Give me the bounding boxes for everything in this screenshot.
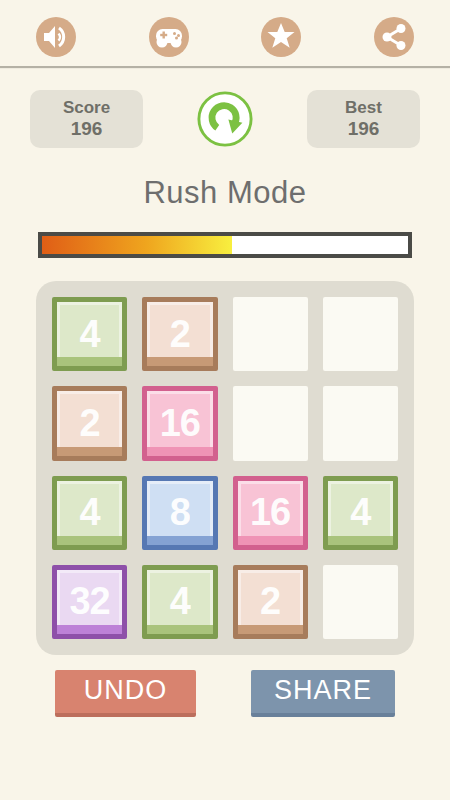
empty-cell — [233, 386, 308, 460]
tile-16: 16 — [142, 386, 217, 460]
tile-bottom-edge — [57, 447, 122, 456]
best-value: 196 — [348, 118, 380, 140]
sound-button[interactable] — [36, 17, 76, 57]
score-box: Score 196 — [30, 90, 143, 148]
mode-title: Rush Mode — [0, 174, 450, 212]
tile-value: 2 — [170, 313, 190, 356]
tile-bottom-edge — [238, 625, 303, 634]
top-icon-bar — [0, 0, 450, 57]
tile-value: 4 — [350, 491, 370, 534]
tile-bottom-edge — [57, 357, 122, 366]
tile-4: 4 — [52, 476, 127, 550]
tile-bottom-edge — [328, 536, 393, 545]
tile-value: 16 — [160, 402, 200, 445]
tile-4: 4 — [52, 297, 127, 371]
share-button[interactable]: SHARE — [251, 670, 395, 717]
tile-4: 4 — [142, 565, 217, 639]
rush-timer-fill — [42, 236, 232, 254]
score-label: Score — [63, 98, 110, 118]
tile-bottom-edge — [57, 625, 122, 634]
games-button[interactable] — [149, 17, 189, 57]
tile-4: 4 — [323, 476, 398, 550]
tile-bottom-edge — [147, 447, 212, 456]
empty-cell — [323, 386, 398, 460]
tile-value: 4 — [80, 313, 100, 356]
empty-cell — [233, 297, 308, 371]
header-divider — [0, 66, 450, 69]
tile-value: 32 — [69, 580, 109, 623]
tile-bottom-edge — [147, 357, 212, 366]
speaker-icon — [36, 17, 76, 57]
empty-cell — [323, 565, 398, 639]
share-top-button[interactable] — [374, 17, 414, 57]
score-row: Score 196 Best 196 — [0, 90, 450, 148]
best-label: Best — [345, 98, 382, 118]
tile-value: 2 — [80, 402, 100, 445]
tile-16: 16 — [233, 476, 308, 550]
tile-bottom-edge — [238, 536, 303, 545]
restart-button[interactable] — [196, 90, 254, 148]
empty-cell — [323, 297, 398, 371]
app-screen: Score 196 Best 196 Rush Mode 42216481643… — [0, 0, 450, 800]
tile-32: 32 — [52, 565, 127, 639]
best-box: Best 196 — [307, 90, 420, 148]
game-board[interactable]: 42216481643242 — [36, 281, 414, 655]
tile-value: 4 — [80, 491, 100, 534]
tile-2: 2 — [233, 565, 308, 639]
star-icon — [261, 17, 301, 57]
tile-value: 8 — [170, 491, 190, 534]
tile-2: 2 — [142, 297, 217, 371]
tile-value: 16 — [250, 491, 290, 534]
tile-bottom-edge — [147, 625, 212, 634]
gamepad-icon — [149, 17, 189, 57]
restart-icon — [196, 90, 254, 148]
tile-value: 2 — [260, 580, 280, 623]
score-value: 196 — [71, 118, 103, 140]
undo-button[interactable]: UNDO — [55, 670, 196, 717]
share-icon — [374, 17, 414, 57]
tile-2: 2 — [52, 386, 127, 460]
tile-value: 4 — [170, 580, 190, 623]
tile-8: 8 — [142, 476, 217, 550]
rush-timer-bar — [38, 232, 412, 258]
tile-bottom-edge — [147, 536, 212, 545]
tile-bottom-edge — [57, 536, 122, 545]
favorite-button[interactable] — [261, 17, 301, 57]
action-buttons: UNDO SHARE — [0, 670, 450, 717]
